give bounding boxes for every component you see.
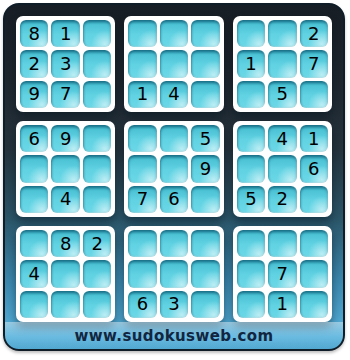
cell-r2c7[interactable]: 1	[237, 50, 265, 77]
cell-r7c2[interactable]: 8	[51, 230, 79, 257]
cell-r7c9[interactable]	[300, 230, 328, 257]
cell-r3c7[interactable]	[237, 81, 265, 108]
cell-r9c6[interactable]	[191, 291, 219, 318]
cell-r2c5[interactable]	[160, 50, 188, 77]
cell-r9c4[interactable]: 6	[128, 291, 156, 318]
cell-r6c3[interactable]	[83, 186, 111, 213]
cell-r6c4[interactable]: 7	[128, 186, 156, 213]
cell-r4c4[interactable]	[128, 125, 156, 152]
cell-r9c2[interactable]	[51, 291, 79, 318]
cell-r6c2[interactable]: 4	[51, 186, 79, 213]
cell-r5c6[interactable]: 9	[191, 155, 219, 182]
cell-r9c9[interactable]	[300, 291, 328, 318]
cell-r2c2[interactable]: 3	[51, 50, 79, 77]
cell-r6c1[interactable]	[20, 186, 48, 213]
cell-r8c3[interactable]	[83, 260, 111, 287]
cell-r9c5[interactable]: 3	[160, 291, 188, 318]
cell-r3c3[interactable]	[83, 81, 111, 108]
cell-r6c5[interactable]: 6	[160, 186, 188, 213]
cell-r8c2[interactable]	[51, 260, 79, 287]
cell-r7c6[interactable]	[191, 230, 219, 257]
cell-r2c9[interactable]: 7	[300, 50, 328, 77]
cell-r1c6[interactable]	[191, 20, 219, 47]
cell-r8c9[interactable]	[300, 260, 328, 287]
cell-r6c6[interactable]	[191, 186, 219, 213]
block-3-3: 71	[233, 226, 332, 322]
cell-r5c9[interactable]: 6	[300, 155, 328, 182]
cell-r3c2[interactable]: 7	[51, 81, 79, 108]
cell-r2c4[interactable]	[128, 50, 156, 77]
sudoku-board: 8123971421756945976416528246371	[16, 16, 332, 322]
cell-r2c6[interactable]	[191, 50, 219, 77]
cell-r9c3[interactable]	[83, 291, 111, 318]
cell-r7c4[interactable]	[128, 230, 156, 257]
cell-r4c5[interactable]	[160, 125, 188, 152]
cell-r1c9[interactable]: 2	[300, 20, 328, 47]
cell-r2c8[interactable]	[268, 50, 296, 77]
cell-r4c9[interactable]: 1	[300, 125, 328, 152]
footer-bar: www.sudokusweb.com	[5, 322, 343, 349]
cell-r2c1[interactable]: 2	[20, 50, 48, 77]
cell-r7c8[interactable]	[268, 230, 296, 257]
block-2-1: 694	[16, 121, 115, 217]
cell-r4c3[interactable]	[83, 125, 111, 152]
cell-r7c7[interactable]	[237, 230, 265, 257]
block-3-2: 63	[124, 226, 223, 322]
cell-r8c5[interactable]	[160, 260, 188, 287]
cell-r5c5[interactable]	[160, 155, 188, 182]
cell-r8c6[interactable]	[191, 260, 219, 287]
cell-r3c5[interactable]: 4	[160, 81, 188, 108]
cell-r4c8[interactable]: 4	[268, 125, 296, 152]
cell-r1c8[interactable]	[268, 20, 296, 47]
cell-r8c7[interactable]	[237, 260, 265, 287]
cell-r4c7[interactable]	[237, 125, 265, 152]
cell-r6c8[interactable]: 2	[268, 186, 296, 213]
cell-r5c4[interactable]	[128, 155, 156, 182]
cell-r1c7[interactable]	[237, 20, 265, 47]
cell-r7c3[interactable]: 2	[83, 230, 111, 257]
cell-r4c1[interactable]: 6	[20, 125, 48, 152]
cell-r3c9[interactable]	[300, 81, 328, 108]
cell-r3c1[interactable]: 9	[20, 81, 48, 108]
cell-r3c4[interactable]: 1	[128, 81, 156, 108]
cell-r5c1[interactable]	[20, 155, 48, 182]
cell-r4c2[interactable]: 9	[51, 125, 79, 152]
cell-r5c7[interactable]	[237, 155, 265, 182]
cell-r8c8[interactable]: 7	[268, 260, 296, 287]
cell-r5c2[interactable]	[51, 155, 79, 182]
block-1-2: 14	[124, 16, 223, 112]
cell-r9c1[interactable]	[20, 291, 48, 318]
cell-r1c4[interactable]	[128, 20, 156, 47]
cell-r1c1[interactable]: 8	[20, 20, 48, 47]
board-frame: 8123971421756945976416528246371 www.sudo…	[3, 3, 345, 351]
cell-r6c9[interactable]	[300, 186, 328, 213]
block-2-2: 5976	[124, 121, 223, 217]
block-1-3: 2175	[233, 16, 332, 112]
cell-r9c7[interactable]	[237, 291, 265, 318]
block-3-1: 824	[16, 226, 115, 322]
block-1-1: 812397	[16, 16, 115, 112]
cell-r7c1[interactable]	[20, 230, 48, 257]
cell-r7c5[interactable]	[160, 230, 188, 257]
cell-r2c3[interactable]	[83, 50, 111, 77]
cell-r5c8[interactable]	[268, 155, 296, 182]
cell-r3c8[interactable]: 5	[268, 81, 296, 108]
cell-r8c4[interactable]	[128, 260, 156, 287]
cell-r3c6[interactable]	[191, 81, 219, 108]
block-2-3: 41652	[233, 121, 332, 217]
cell-r6c7[interactable]: 5	[237, 186, 265, 213]
site-url: www.sudokusweb.com	[74, 327, 273, 345]
cell-r5c3[interactable]	[83, 155, 111, 182]
cell-r1c3[interactable]	[83, 20, 111, 47]
cell-r4c6[interactable]: 5	[191, 125, 219, 152]
cell-r1c5[interactable]	[160, 20, 188, 47]
cell-r9c8[interactable]: 1	[268, 291, 296, 318]
cell-r8c1[interactable]: 4	[20, 260, 48, 287]
cell-r1c2[interactable]: 1	[51, 20, 79, 47]
